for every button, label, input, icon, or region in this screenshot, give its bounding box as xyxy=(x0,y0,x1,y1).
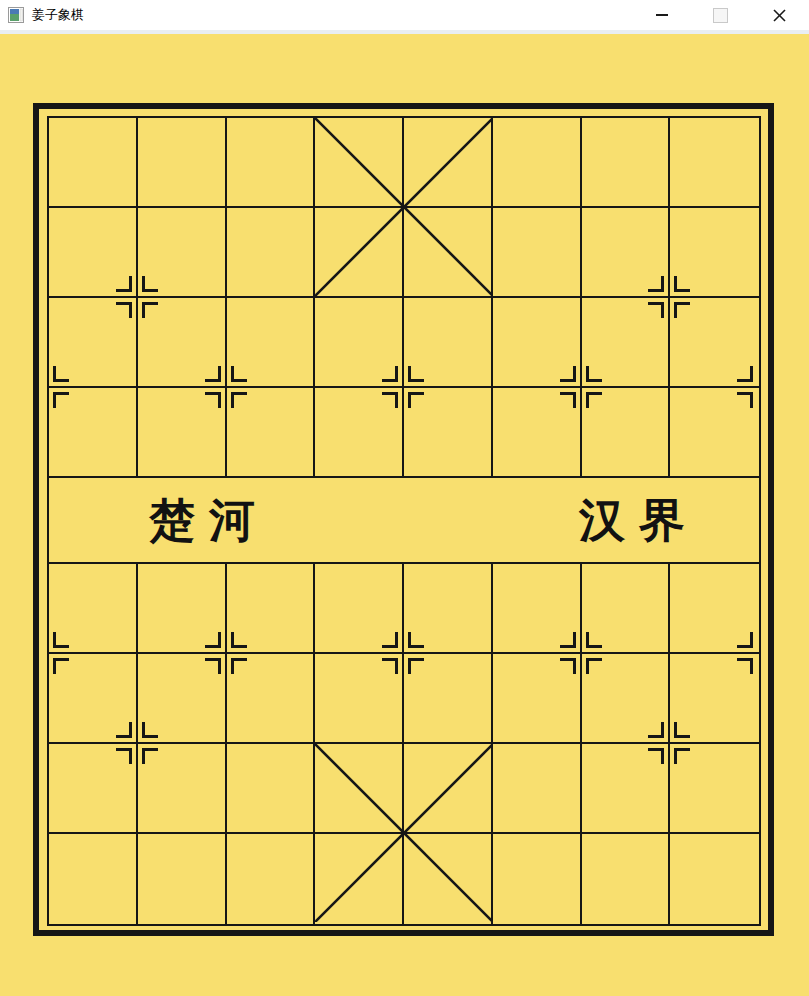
board-cell[interactable] xyxy=(315,744,404,834)
titlebar-divider xyxy=(0,30,809,34)
close-icon xyxy=(772,8,787,23)
board-cell[interactable] xyxy=(670,388,759,478)
board-cell[interactable] xyxy=(670,744,759,834)
board-cell[interactable] xyxy=(582,744,671,834)
board-cell[interactable] xyxy=(493,118,582,208)
board-cell[interactable] xyxy=(227,654,316,744)
board-cell[interactable] xyxy=(227,744,316,834)
board-cell[interactable] xyxy=(670,298,759,388)
titlebar-left: 姜子象棋 xyxy=(0,0,632,30)
titlebar: 姜子象棋 xyxy=(0,0,809,30)
board-cell[interactable] xyxy=(670,564,759,654)
window-title: 姜子象棋 xyxy=(32,0,84,30)
board-cell[interactable] xyxy=(227,298,316,388)
board-cell[interactable] xyxy=(227,388,316,478)
river-label-right: 汉界 xyxy=(579,497,699,543)
board-cell[interactable] xyxy=(404,834,493,924)
board-cell[interactable] xyxy=(227,564,316,654)
board-cell[interactable] xyxy=(493,208,582,298)
board-cell[interactable] xyxy=(138,834,227,924)
board-cell[interactable] xyxy=(404,298,493,388)
board-cell[interactable] xyxy=(227,208,316,298)
minimize-button[interactable] xyxy=(632,0,691,30)
xiangqi-board-frame: 楚河汉界 xyxy=(33,103,774,936)
board-cell[interactable] xyxy=(227,118,316,208)
board-cell[interactable] xyxy=(138,388,227,478)
app-icon xyxy=(8,7,24,23)
board-cell[interactable] xyxy=(138,208,227,298)
board-cell[interactable] xyxy=(315,654,404,744)
board-cell[interactable] xyxy=(493,654,582,744)
river: 楚河汉界 xyxy=(49,478,759,564)
board-cell[interactable] xyxy=(315,834,404,924)
board-cell[interactable] xyxy=(404,118,493,208)
maximize-icon xyxy=(713,8,728,23)
board-cell[interactable] xyxy=(49,298,138,388)
board-cell[interactable] xyxy=(227,834,316,924)
river-label-left: 楚河 xyxy=(149,497,269,543)
board-cell[interactable] xyxy=(582,388,671,478)
board-cell[interactable] xyxy=(582,654,671,744)
board-cell[interactable] xyxy=(138,298,227,388)
board-cell[interactable] xyxy=(493,388,582,478)
board-cell[interactable] xyxy=(138,564,227,654)
board-cell[interactable] xyxy=(315,298,404,388)
board-cell[interactable] xyxy=(670,834,759,924)
board-cell[interactable] xyxy=(49,834,138,924)
board-cell[interactable] xyxy=(582,298,671,388)
board-cell[interactable] xyxy=(315,208,404,298)
board-cell[interactable] xyxy=(49,388,138,478)
board-cell[interactable] xyxy=(404,208,493,298)
board-cell[interactable] xyxy=(493,834,582,924)
board-cell[interactable] xyxy=(315,388,404,478)
board-cell[interactable] xyxy=(670,118,759,208)
board-cell[interactable] xyxy=(582,118,671,208)
board-cell[interactable] xyxy=(315,118,404,208)
board-cell[interactable] xyxy=(49,744,138,834)
board-cell[interactable] xyxy=(404,388,493,478)
board-cell[interactable] xyxy=(582,834,671,924)
board-cell[interactable] xyxy=(493,564,582,654)
board-cell[interactable] xyxy=(670,654,759,744)
board-cell[interactable] xyxy=(138,744,227,834)
board-cell[interactable] xyxy=(582,564,671,654)
board-cell[interactable] xyxy=(138,654,227,744)
board-cell[interactable] xyxy=(404,564,493,654)
board-cell[interactable] xyxy=(404,744,493,834)
board-cell[interactable] xyxy=(670,208,759,298)
board-cell[interactable] xyxy=(315,564,404,654)
board-cell[interactable] xyxy=(49,564,138,654)
maximize-button[interactable] xyxy=(691,0,750,30)
board-cell[interactable] xyxy=(404,654,493,744)
board-cell[interactable] xyxy=(49,654,138,744)
xiangqi-board: 楚河汉界 xyxy=(47,116,761,926)
board-cell[interactable] xyxy=(582,208,671,298)
board-cell[interactable] xyxy=(493,744,582,834)
board-cell[interactable] xyxy=(138,118,227,208)
minimize-icon xyxy=(656,14,668,16)
board-cell[interactable] xyxy=(49,208,138,298)
board-cell[interactable] xyxy=(49,118,138,208)
board-cell[interactable] xyxy=(493,298,582,388)
close-button[interactable] xyxy=(750,0,809,30)
